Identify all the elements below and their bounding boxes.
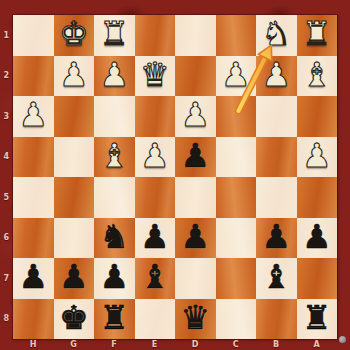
square-a8[interactable]: ♜ xyxy=(297,299,338,340)
square-a3[interactable] xyxy=(297,96,338,137)
black-pawn[interactable]: ♟ xyxy=(261,217,291,258)
square-h3[interactable]: ♟ xyxy=(13,96,54,137)
black-bishop[interactable]: ♝ xyxy=(261,257,291,298)
white-rook[interactable]: ♜ xyxy=(302,14,332,55)
square-h6[interactable] xyxy=(13,218,54,259)
white-pawn[interactable]: ♟ xyxy=(221,55,251,96)
rank-label-2: 2 xyxy=(0,56,13,97)
black-pawn[interactable]: ♟ xyxy=(180,217,210,258)
square-f1[interactable]: ♜ xyxy=(94,15,135,56)
white-rook[interactable]: ♜ xyxy=(99,14,129,55)
square-d8[interactable]: ♛ xyxy=(175,299,216,340)
file-label-d: D xyxy=(175,338,216,350)
square-e1[interactable] xyxy=(135,15,176,56)
rank-label-5: 5 xyxy=(0,177,13,218)
square-g4[interactable] xyxy=(54,137,95,178)
square-a6[interactable]: ♟ xyxy=(297,218,338,259)
square-e4[interactable]: ♟ xyxy=(135,137,176,178)
square-c4[interactable] xyxy=(216,137,257,178)
black-knight[interactable]: ♞ xyxy=(99,217,129,258)
square-c3[interactable] xyxy=(216,96,257,137)
square-b3[interactable] xyxy=(256,96,297,137)
rank-label-8: 8 xyxy=(0,299,13,340)
rank-label-3: 3 xyxy=(0,96,13,137)
black-pawn[interactable]: ♟ xyxy=(99,257,129,298)
rank-label-7: 7 xyxy=(0,258,13,299)
square-d6[interactable]: ♟ xyxy=(175,218,216,259)
square-f8[interactable]: ♜ xyxy=(94,299,135,340)
black-pawn[interactable]: ♟ xyxy=(59,257,89,298)
square-c5[interactable] xyxy=(216,177,257,218)
square-c7[interactable] xyxy=(216,258,257,299)
square-f3[interactable] xyxy=(94,96,135,137)
white-knight[interactable]: ♞ xyxy=(261,14,291,55)
white-pawn[interactable]: ♟ xyxy=(261,55,291,96)
file-label-h: H xyxy=(13,338,54,350)
square-g6[interactable] xyxy=(54,218,95,259)
square-g5[interactable] xyxy=(54,177,95,218)
square-b4[interactable] xyxy=(256,137,297,178)
rank-label-4: 4 xyxy=(0,137,13,178)
file-label-c: C xyxy=(216,338,257,350)
black-queen[interactable]: ♛ xyxy=(180,298,210,339)
square-c2[interactable]: ♟ xyxy=(216,56,257,97)
square-e3[interactable] xyxy=(135,96,176,137)
square-f6[interactable]: ♞ xyxy=(94,218,135,259)
square-a5[interactable] xyxy=(297,177,338,218)
file-label-a: A xyxy=(297,338,338,350)
black-rook[interactable]: ♜ xyxy=(99,298,129,339)
square-f2[interactable]: ♟ xyxy=(94,56,135,97)
square-h8[interactable] xyxy=(13,299,54,340)
white-bishop[interactable]: ♝ xyxy=(302,55,332,96)
square-f5[interactable] xyxy=(94,177,135,218)
square-f7[interactable]: ♟ xyxy=(94,258,135,299)
file-label-g: G xyxy=(54,338,95,350)
board: ♚♜♞♜♟♟♛♟♟♝♟♟♝♟♟♟♞♟♟♟♟♟♟♟♝♝♚♜♛♜ xyxy=(13,15,337,339)
white-king[interactable]: ♚ xyxy=(59,14,89,55)
square-c8[interactable] xyxy=(216,299,257,340)
square-g7[interactable]: ♟ xyxy=(54,258,95,299)
file-label-e: E xyxy=(135,338,176,350)
square-g8[interactable]: ♚ xyxy=(54,299,95,340)
square-e8[interactable] xyxy=(135,299,176,340)
square-g2[interactable]: ♟ xyxy=(54,56,95,97)
square-e5[interactable] xyxy=(135,177,176,218)
square-b1[interactable]: ♞ xyxy=(256,15,297,56)
square-f4[interactable]: ♝ xyxy=(94,137,135,178)
square-d3[interactable]: ♟ xyxy=(175,96,216,137)
white-pawn[interactable]: ♟ xyxy=(59,55,89,96)
black-pawn[interactable]: ♟ xyxy=(18,257,48,298)
square-b8[interactable] xyxy=(256,299,297,340)
rank-label-1: 1 xyxy=(0,15,13,56)
white-pawn[interactable]: ♟ xyxy=(99,55,129,96)
file-label-b: B xyxy=(256,338,297,350)
square-h5[interactable] xyxy=(13,177,54,218)
rank-label-6: 6 xyxy=(0,218,13,259)
square-b6[interactable]: ♟ xyxy=(256,218,297,259)
square-d1[interactable] xyxy=(175,15,216,56)
square-d4[interactable]: ♟ xyxy=(175,137,216,178)
black-pawn[interactable]: ♟ xyxy=(302,217,332,258)
square-a2[interactable]: ♝ xyxy=(297,56,338,97)
square-h4[interactable] xyxy=(13,137,54,178)
chess-diagram: ♚♜♞♜♟♟♛♟♟♝♟♟♝♟♟♟♞♟♟♟♟♟♟♟♝♝♚♜♛♜ 12345678 … xyxy=(0,0,350,350)
square-b7[interactable]: ♝ xyxy=(256,258,297,299)
black-king[interactable]: ♚ xyxy=(59,298,89,339)
square-c1[interactable] xyxy=(216,15,257,56)
square-h2[interactable] xyxy=(13,56,54,97)
corner-dot xyxy=(339,336,346,343)
square-c6[interactable] xyxy=(216,218,257,259)
square-g1[interactable]: ♚ xyxy=(54,15,95,56)
white-pawn[interactable]: ♟ xyxy=(18,95,48,136)
white-pawn[interactable]: ♟ xyxy=(140,136,170,177)
square-g3[interactable] xyxy=(54,96,95,137)
square-d5[interactable] xyxy=(175,177,216,218)
black-pawn[interactable]: ♟ xyxy=(140,217,170,258)
square-b5[interactable] xyxy=(256,177,297,218)
black-bishop[interactable]: ♝ xyxy=(140,257,170,298)
square-e7[interactable]: ♝ xyxy=(135,258,176,299)
black-pawn[interactable]: ♟ xyxy=(180,136,210,177)
white-pawn[interactable]: ♟ xyxy=(180,95,210,136)
square-e6[interactable]: ♟ xyxy=(135,218,176,259)
file-label-f: F xyxy=(94,338,135,350)
square-d7[interactable] xyxy=(175,258,216,299)
square-b2[interactable]: ♟ xyxy=(256,56,297,97)
white-pawn[interactable]: ♟ xyxy=(302,136,332,177)
black-rook[interactable]: ♜ xyxy=(302,298,332,339)
white-bishop[interactable]: ♝ xyxy=(99,136,129,177)
square-h7[interactable]: ♟ xyxy=(13,258,54,299)
square-d2[interactable] xyxy=(175,56,216,97)
square-e2[interactable]: ♛ xyxy=(135,56,176,97)
square-a7[interactable] xyxy=(297,258,338,299)
square-a4[interactable]: ♟ xyxy=(297,137,338,178)
square-a1[interactable]: ♜ xyxy=(297,15,338,56)
white-queen[interactable]: ♛ xyxy=(140,55,170,96)
square-h1[interactable] xyxy=(13,15,54,56)
